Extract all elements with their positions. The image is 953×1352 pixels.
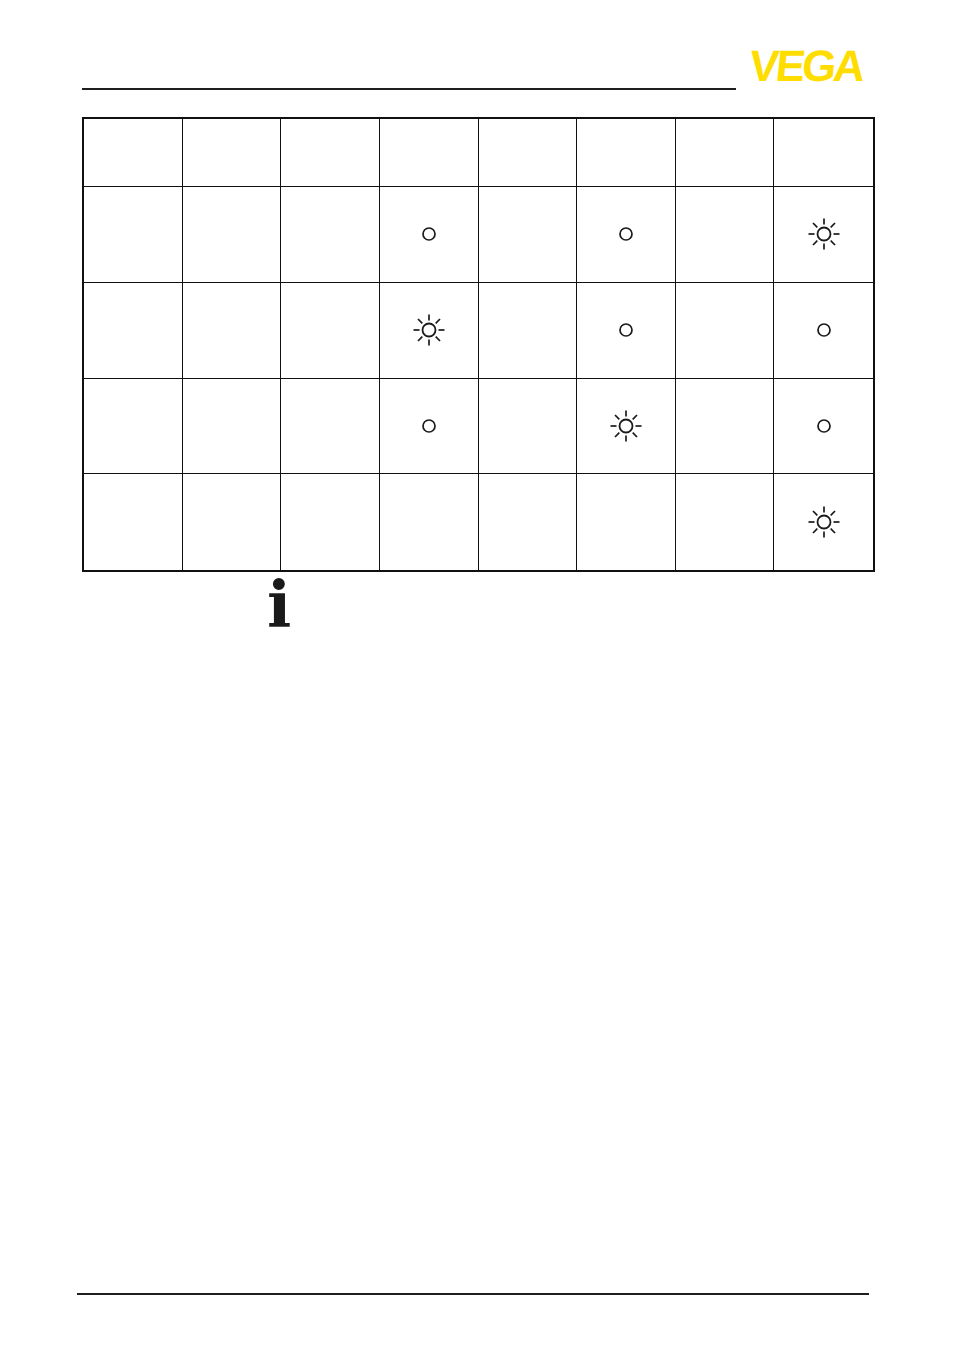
table-header-cell	[183, 119, 282, 187]
table-header-cell	[84, 119, 183, 187]
table-cell	[577, 379, 676, 475]
led-flashing-icon	[806, 504, 842, 540]
table-cell	[577, 283, 676, 379]
table-cell	[84, 474, 183, 570]
table-cell	[577, 187, 676, 283]
table-cell	[479, 474, 578, 570]
table-cell	[84, 283, 183, 379]
header-rule	[82, 88, 736, 90]
table-cell	[774, 187, 873, 283]
table-cell	[676, 187, 775, 283]
led-flashing-icon	[411, 312, 447, 348]
table-cell	[281, 187, 380, 283]
table-cell	[380, 283, 479, 379]
table-cell	[676, 283, 775, 379]
table-cell	[479, 187, 578, 283]
table-cell	[281, 379, 380, 475]
table-header-cell	[281, 119, 380, 187]
table-cell	[479, 283, 578, 379]
led-off-icon	[413, 410, 445, 442]
table-cell	[380, 379, 479, 475]
led-flashing-icon	[806, 216, 842, 252]
table-cell	[380, 187, 479, 283]
led-off-icon	[413, 218, 445, 250]
table-cell	[84, 379, 183, 475]
led-off-icon	[808, 314, 840, 346]
table-cell	[183, 379, 282, 475]
led-table	[82, 117, 875, 572]
table-header-cell	[479, 119, 578, 187]
led-flashing-icon	[608, 408, 644, 444]
table-cell	[577, 474, 676, 570]
table-cell	[84, 187, 183, 283]
table-cell	[183, 283, 282, 379]
table-cell	[183, 474, 282, 570]
table-cell	[380, 474, 479, 570]
table-header-cell	[380, 119, 479, 187]
led-off-icon	[610, 314, 642, 346]
led-off-icon	[610, 218, 642, 250]
table-cell	[774, 283, 873, 379]
table-cell	[774, 379, 873, 475]
table-header-cell	[577, 119, 676, 187]
table-cell	[676, 379, 775, 475]
table-cell	[281, 474, 380, 570]
table-cell	[774, 474, 873, 570]
manual-page: VEGA i	[0, 0, 953, 1352]
table-header-cell	[774, 119, 873, 187]
table-header-cell	[676, 119, 775, 187]
info-icon: i	[267, 572, 291, 636]
footer-rule	[77, 1293, 869, 1295]
table-cell	[479, 379, 578, 475]
led-off-icon	[808, 410, 840, 442]
vega-logo: VEGA	[736, 46, 876, 86]
table-cell	[676, 474, 775, 570]
table-cell	[281, 283, 380, 379]
table-cell	[183, 187, 282, 283]
